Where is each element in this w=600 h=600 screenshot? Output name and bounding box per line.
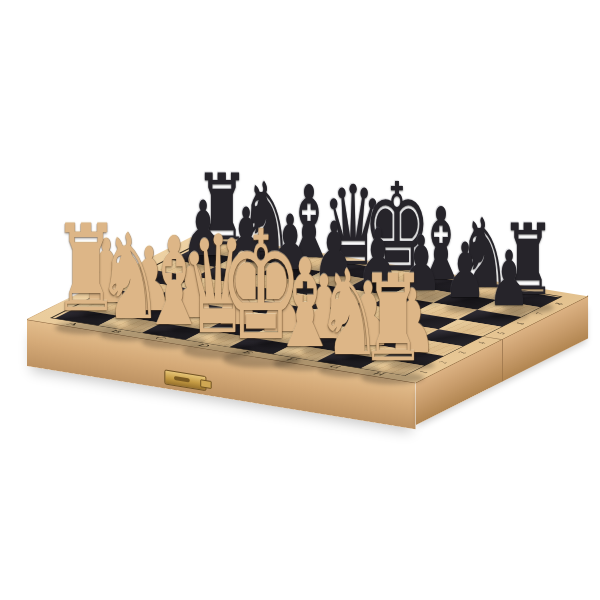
rank-label-text: 1 — [416, 370, 431, 373]
chess-set-photo-scene: ABCDEFGH 87654321 ♜♞♝♛♚♝♞♜♟♟♟♟♟♟♟♟♟♟♟♟♟♟… — [0, 0, 600, 600]
rank-label-text: 2 — [436, 361, 451, 364]
rank-label-text: 7 — [533, 312, 548, 315]
rank-label-text: 8 — [552, 302, 567, 305]
brass-clasp — [164, 369, 206, 391]
clasp-slot — [174, 376, 190, 383]
rank-label-text: 6 — [513, 322, 528, 325]
rank-label-text: 5 — [494, 331, 509, 334]
rank-label-text: 4 — [474, 341, 489, 344]
rank-label-text: 3 — [455, 351, 470, 354]
fold-seam-right-face — [502, 339, 503, 381]
